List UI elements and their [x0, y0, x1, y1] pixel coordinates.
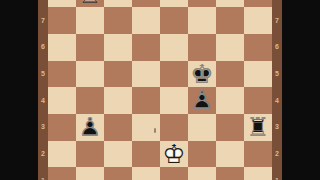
square-g4 — [216, 87, 244, 114]
rank-label-7: 7 — [38, 16, 48, 26]
square-d8 — [132, 0, 160, 7]
rank-label-7: 7 — [272, 16, 282, 26]
square-g5 — [216, 61, 244, 88]
square-a3 — [48, 114, 76, 141]
square-c4 — [104, 87, 132, 114]
rank-labels-left: 87654321 — [38, 0, 48, 180]
square-d7 — [132, 7, 160, 34]
rank-label-6: 6 — [38, 42, 48, 52]
rank-label-6: 6 — [272, 42, 282, 52]
square-c7 — [104, 7, 132, 34]
square-d2 — [132, 141, 160, 168]
square-c8 — [104, 0, 132, 7]
square-e3 — [160, 114, 188, 141]
square-e6 — [160, 34, 188, 61]
square-f2 — [188, 141, 216, 168]
rank-label-2: 2 — [272, 149, 282, 159]
square-e2: ♚♔ — [160, 141, 188, 168]
square-h4 — [244, 87, 272, 114]
rank-label-3: 3 — [38, 122, 48, 132]
piece-black-pawn: ♟♙ — [188, 87, 216, 114]
square-b5 — [76, 61, 104, 88]
square-a1 — [48, 167, 76, 180]
square-b4 — [76, 87, 104, 114]
square-d6 — [132, 34, 160, 61]
video-artifact-mark — [154, 128, 156, 133]
square-b1 — [76, 167, 104, 180]
square-a6 — [48, 34, 76, 61]
square-d3 — [132, 114, 160, 141]
video-frame: 87654321 87654321 ♜♖♚♔♟♙♟♙♜♖♚♔ — [0, 0, 320, 180]
rank-label-5: 5 — [272, 69, 282, 79]
piece-white-king: ♚♔ — [160, 141, 188, 168]
square-e5 — [160, 61, 188, 88]
square-e1 — [160, 167, 188, 180]
square-g1 — [216, 167, 244, 180]
square-a2 — [48, 141, 76, 168]
square-b8: ♜♖ — [76, 0, 104, 7]
square-f4: ♟♙ — [188, 87, 216, 114]
square-f5: ♚♔ — [188, 61, 216, 88]
square-b6 — [76, 34, 104, 61]
square-c6 — [104, 34, 132, 61]
square-f3 — [188, 114, 216, 141]
square-h1 — [244, 167, 272, 180]
rank-label-4: 4 — [38, 96, 48, 106]
square-a5 — [48, 61, 76, 88]
square-g8 — [216, 0, 244, 7]
rank-label-1: 1 — [38, 176, 48, 180]
square-c2 — [104, 141, 132, 168]
rank-label-3: 3 — [272, 122, 282, 132]
square-d4 — [132, 87, 160, 114]
piece-black-rook: ♜♖ — [244, 114, 272, 141]
square-h3: ♜♖ — [244, 114, 272, 141]
square-b3: ♟♙ — [76, 114, 104, 141]
square-c5 — [104, 61, 132, 88]
square-c3 — [104, 114, 132, 141]
square-g6 — [216, 34, 244, 61]
square-h7 — [244, 7, 272, 34]
square-g7 — [216, 7, 244, 34]
rank-label-5: 5 — [38, 69, 48, 79]
rank-label-2: 2 — [38, 149, 48, 159]
square-f8 — [188, 0, 216, 7]
piece-black-pawn: ♟♙ — [76, 114, 104, 141]
square-e7 — [160, 7, 188, 34]
square-d1 — [132, 167, 160, 180]
square-g3 — [216, 114, 244, 141]
square-h5 — [244, 61, 272, 88]
square-c1 — [104, 167, 132, 180]
square-e4 — [160, 87, 188, 114]
square-f6 — [188, 34, 216, 61]
rank-label-1: 1 — [272, 176, 282, 180]
square-f7 — [188, 7, 216, 34]
chess-board: ♜♖♚♔♟♙♟♙♜♖♚♔ — [48, 0, 272, 180]
piece-white-rook: ♜♖ — [76, 0, 104, 7]
square-a8 — [48, 0, 76, 7]
piece-black-king: ♚♔ — [188, 61, 216, 88]
square-f1 — [188, 167, 216, 180]
square-e8 — [160, 0, 188, 7]
square-h6 — [244, 34, 272, 61]
rank-label-4: 4 — [272, 96, 282, 106]
square-a7 — [48, 7, 76, 34]
square-h2 — [244, 141, 272, 168]
square-a4 — [48, 87, 76, 114]
square-b7 — [76, 7, 104, 34]
rank-labels-right: 87654321 — [272, 0, 282, 180]
square-d5 — [132, 61, 160, 88]
square-g2 — [216, 141, 244, 168]
square-h8 — [244, 0, 272, 7]
square-b2 — [76, 141, 104, 168]
